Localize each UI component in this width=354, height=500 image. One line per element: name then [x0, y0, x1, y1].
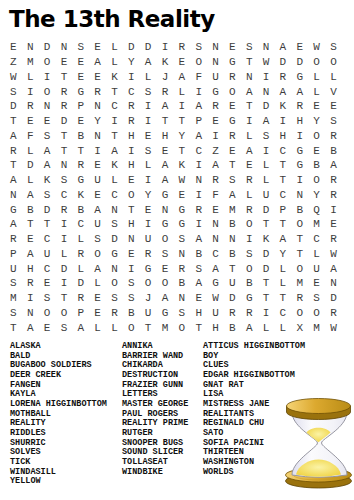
grid-cell-r20c5: A [72, 320, 89, 335]
grid-cell-r5c12: A [190, 99, 207, 114]
grid-cell-r17c4: I [56, 276, 73, 291]
grid-cell-r12c16: D [258, 202, 275, 217]
grid-cell-r16c3: C [39, 261, 56, 276]
grid-cell-r15c8: E [123, 247, 140, 262]
grid-cell-r9c9: L [140, 158, 157, 173]
grid-cell-r5c18: R [291, 99, 308, 114]
grid-cell-r6c2: E [22, 114, 39, 129]
grid-cell-r2c6: A [89, 55, 106, 70]
grid-cell-r2c15: T [241, 55, 258, 70]
grid-cell-r15c20: W [325, 247, 342, 262]
grid-cell-r19c7: R [106, 306, 123, 321]
grid-cell-r16c13: A [207, 261, 224, 276]
grid-cell-r8c5: T [72, 143, 89, 158]
grid-cell-r15c18: T [291, 247, 308, 262]
grid-cell-r11c8: O [123, 188, 140, 203]
grid-cell-r16c4: D [56, 261, 73, 276]
grid-cell-r14c1: R [5, 232, 22, 247]
grid-cell-r18c10: A [157, 291, 174, 306]
grid-cell-r18c19: S [308, 291, 325, 306]
grid-cell-r18c15: G [241, 291, 258, 306]
grid-cell-r15c15: S [241, 247, 258, 262]
grid-cell-r19c9: U [140, 306, 157, 321]
grid-cell-r5c10: A [157, 99, 174, 114]
grid-cell-r7c5: B [72, 129, 89, 144]
grid-cell-r4c1: S [5, 84, 22, 99]
grid-cell-r16c17: L [275, 261, 292, 276]
grid-cell-r3c1: W [5, 70, 22, 85]
grid-cell-r5c15: T [241, 99, 258, 114]
grid-cell-r7c12: A [190, 129, 207, 144]
grid-cell-r7c19: O [308, 129, 325, 144]
grid-cell-r6c6: Y [89, 114, 106, 129]
grid-cell-r9c7: K [106, 158, 123, 173]
grid-cell-r11c7: C [106, 188, 123, 203]
grid-cell-r10c7: L [106, 173, 123, 188]
grid-cell-r10c18: I [291, 173, 308, 188]
grid-cell-r11c20: R [325, 188, 342, 203]
grid-cell-r2c10: K [157, 55, 174, 70]
grid-cell-r14c11: S [173, 232, 190, 247]
grid-cell-r3c13: U [207, 70, 224, 85]
grid-cell-r13c4: I [56, 217, 73, 232]
grid-cell-r17c5: D [72, 276, 89, 291]
grid-cell-r1c10: I [157, 40, 174, 55]
grid-cell-r8c13: Z [207, 143, 224, 158]
word-search-grid: ENDNSELDDIRSNESNAEWSZMOEEALYAKEONGTWDDOO… [5, 40, 342, 335]
grid-cell-r8c19: E [308, 143, 325, 158]
grid-cell-r13c17: T [275, 217, 292, 232]
grid-cell-r1c8: D [123, 40, 140, 55]
hourglass-icon [285, 396, 354, 491]
grid-cell-r9c4: N [56, 158, 73, 173]
grid-cell-r15c4: L [56, 247, 73, 262]
grid-cell-r18c20: D [325, 291, 342, 306]
grid-cell-r2c8: Y [123, 55, 140, 70]
grid-cell-r1c4: N [56, 40, 73, 55]
grid-cell-r16c16: D [258, 261, 275, 276]
grid-cell-r15c2: A [22, 247, 39, 262]
grid-cell-r7c11: Y [173, 129, 190, 144]
word-list-column-1: ALASKABALDBUGABOO SOLDIERSDEER CREEKFANG… [10, 342, 107, 487]
grid-cell-r8c11: T [173, 143, 190, 158]
grid-cell-r10c6: U [89, 173, 106, 188]
grid-cell-r6c3: E [39, 114, 56, 129]
grid-cell-r13c13: N [207, 217, 224, 232]
grid-cell-r17c12: A [190, 276, 207, 291]
grid-cell-r1c14: E [224, 40, 241, 55]
grid-cell-r15c3: U [39, 247, 56, 262]
grid-cell-r20c2: A [22, 320, 39, 335]
grid-cell-r5c9: I [140, 99, 157, 114]
grid-cell-r18c12: E [190, 291, 207, 306]
grid-cell-r2c12: O [190, 55, 207, 70]
grid-cell-r11c4: C [56, 188, 73, 203]
grid-cell-r10c15: R [241, 173, 258, 188]
grid-cell-r9c2: D [22, 158, 39, 173]
grid-cell-r7c6: N [89, 129, 106, 144]
grid-cell-r2c9: A [140, 55, 157, 70]
grid-cell-r3c8: I [123, 70, 140, 85]
grid-cell-r18c17: T [275, 291, 292, 306]
grid-cell-r11c19: Y [308, 188, 325, 203]
grid-cell-r2c5: E [72, 55, 89, 70]
grid-cell-r11c13: F [207, 188, 224, 203]
grid-cell-r4c3: O [39, 84, 56, 99]
grid-cell-r9c16: L [258, 158, 275, 173]
grid-cell-r16c18: O [291, 261, 308, 276]
grid-cell-r3c18: G [291, 70, 308, 85]
grid-cell-r10c3: K [39, 173, 56, 188]
grid-cell-r6c13: E [207, 114, 224, 129]
grid-cell-r9c13: A [207, 158, 224, 173]
grid-cell-r2c11: E [173, 55, 190, 70]
grid-cell-r17c14: U [224, 276, 241, 291]
grid-cell-r8c6: I [89, 143, 106, 158]
grid-cell-r1c11: R [173, 40, 190, 55]
grid-cell-r7c14: R [224, 129, 241, 144]
grid-cell-r3c7: K [106, 70, 123, 85]
grid-cell-r10c11: W [173, 173, 190, 188]
grid-cell-r14c5: L [72, 232, 89, 247]
grid-cell-r20c8: O [123, 320, 140, 335]
grid-cell-r19c3: O [39, 306, 56, 321]
grid-cell-r11c11: E [173, 188, 190, 203]
grid-cell-r17c1: S [5, 276, 22, 291]
grid-cell-r16c5: L [72, 261, 89, 276]
grid-cell-r5c20: E [325, 99, 342, 114]
grid-cell-r3c15: N [241, 70, 258, 85]
grid-cell-r7c17: H [275, 129, 292, 144]
grid-cell-r3c6: E [89, 70, 106, 85]
grid-cell-r19c2: N [22, 306, 39, 321]
grid-cell-r13c16: T [258, 217, 275, 232]
grid-cell-r16c19: U [308, 261, 325, 276]
grid-cell-r13c9: I [140, 217, 157, 232]
grid-cell-r12c2: B [22, 202, 39, 217]
grid-cell-r10c8: E [123, 173, 140, 188]
word-list-item: ATTICUS HIGGINBOTTOM [203, 342, 305, 352]
grid-cell-r12c5: B [72, 202, 89, 217]
grid-cell-r9c14: T [224, 158, 241, 173]
grid-cell-r1c19: W [308, 40, 325, 55]
grid-cell-r7c8: H [123, 129, 140, 144]
grid-cell-r14c12: A [190, 232, 207, 247]
grid-cell-r16c2: H [22, 261, 39, 276]
grid-cell-r7c16: S [258, 129, 275, 144]
grid-cell-r11c5: K [72, 188, 89, 203]
grid-cell-r17c20: N [325, 276, 342, 291]
grid-cell-r6c1: T [5, 114, 22, 129]
grid-cell-r1c2: N [22, 40, 39, 55]
grid-cell-r20c19: M [308, 320, 325, 335]
grid-cell-r15c10: S [157, 247, 174, 262]
grid-cell-r15c5: R [72, 247, 89, 262]
grid-cell-r18c7: S [106, 291, 123, 306]
grid-cell-r19c20: R [325, 306, 342, 321]
grid-cell-r15c19: L [308, 247, 325, 262]
grid-cell-r13c14: B [224, 217, 241, 232]
grid-cell-r10c19: O [308, 173, 325, 188]
grid-cell-r1c20: S [325, 40, 342, 55]
grid-cell-r4c13: G [207, 84, 224, 99]
grid-cell-r16c11: R [173, 261, 190, 276]
grid-cell-r14c15: I [241, 232, 258, 247]
grid-cell-r13c3: T [39, 217, 56, 232]
grid-cell-r11c14: A [224, 188, 241, 203]
grid-cell-r13c1: A [5, 217, 22, 232]
grid-cell-r19c1: S [5, 306, 22, 321]
grid-cell-r12c19: Q [308, 202, 325, 217]
grid-cell-r1c17: A [275, 40, 292, 55]
grid-cell-r4c11: L [173, 84, 190, 99]
grid-cell-r6c11: T [173, 114, 190, 129]
grid-cell-r8c17: C [275, 143, 292, 158]
grid-cell-r13c2: T [22, 217, 39, 232]
grid-cell-r12c8: T [123, 202, 140, 217]
grid-cell-r14c19: C [308, 232, 325, 247]
grid-cell-r9c12: I [190, 158, 207, 173]
grid-cell-r3c5: E [72, 70, 89, 85]
grid-cell-r3c10: J [157, 70, 174, 85]
grid-cell-r19c5: P [72, 306, 89, 321]
grid-cell-r6c9: I [140, 114, 157, 129]
grid-cell-r19c19: O [308, 306, 325, 321]
grid-cell-r4c6: R [89, 84, 106, 99]
grid-cell-r5c6: N [89, 99, 106, 114]
grid-cell-r19c4: O [56, 306, 73, 321]
grid-cell-r19c6: E [89, 306, 106, 321]
grid-cell-r20c3: E [39, 320, 56, 335]
grid-cell-r12c7: N [106, 202, 123, 217]
grid-cell-r9c1: T [5, 158, 22, 173]
grid-cell-r11c3: S [39, 188, 56, 203]
grid-cell-r9c5: R [72, 158, 89, 173]
grid-cell-r9c17: T [275, 158, 292, 173]
grid-cell-r20c6: L [89, 320, 106, 335]
grid-cell-r16c6: A [89, 261, 106, 276]
grid-cell-r1c1: E [5, 40, 22, 55]
grid-cell-r2c19: O [308, 55, 325, 70]
grid-cell-r18c11: N [173, 291, 190, 306]
grid-cell-r9c20: A [325, 158, 342, 173]
grid-cell-r13c10: G [157, 217, 174, 232]
grid-cell-r1c12: S [190, 40, 207, 55]
grid-cell-r5c3: N [39, 99, 56, 114]
grid-cell-r2c18: D [291, 55, 308, 70]
grid-cell-r15c13: C [207, 247, 224, 262]
grid-cell-r13c12: I [190, 217, 207, 232]
grid-cell-r1c16: N [258, 40, 275, 55]
grid-cell-r11c2: A [22, 188, 39, 203]
grid-cell-r18c6: E [89, 291, 106, 306]
grid-cell-r18c14: D [224, 291, 241, 306]
grid-cell-r3c17: R [275, 70, 292, 85]
grid-cell-r3c14: R [224, 70, 241, 85]
grid-cell-r18c4: T [56, 291, 73, 306]
grid-cell-r14c9: U [140, 232, 157, 247]
grid-cell-r12c12: R [190, 202, 207, 217]
grid-cell-r20c4: S [56, 320, 73, 335]
grid-cell-r10c12: N [190, 173, 207, 188]
grid-cell-r12c4: R [56, 202, 73, 217]
grid-cell-r6c12: P [190, 114, 207, 129]
grid-cell-r5c11: I [173, 99, 190, 114]
grid-cell-r14c16: K [258, 232, 275, 247]
grid-cell-r19c17: C [275, 306, 292, 321]
grid-cell-r5c8: R [123, 99, 140, 114]
grid-cell-r14c13: N [207, 232, 224, 247]
grid-cell-r11c15: L [241, 188, 258, 203]
grid-cell-r18c16: T [258, 291, 275, 306]
grid-cell-r16c8: I [123, 261, 140, 276]
grid-cell-r6c4: D [56, 114, 73, 129]
grid-cell-r2c2: M [22, 55, 39, 70]
grid-cell-r12c1: G [5, 202, 22, 217]
grid-cell-r2c20: O [325, 55, 342, 70]
grid-cell-r11c18: N [291, 188, 308, 203]
grid-cell-r18c3: S [39, 291, 56, 306]
grid-cell-r9c6: E [89, 158, 106, 173]
grid-cell-r14c10: O [157, 232, 174, 247]
grid-cell-r7c18: I [291, 129, 308, 144]
grid-cell-r4c18: A [291, 84, 308, 99]
grid-cell-r8c12: C [190, 143, 207, 158]
grid-cell-r5c14: E [224, 99, 241, 114]
page-title: The 13th Reality [9, 6, 215, 32]
grid-cell-r4c15: A [241, 84, 258, 99]
grid-cell-r6c16: A [258, 114, 275, 129]
grid-cell-r20c7: L [106, 320, 123, 335]
grid-cell-r4c5: G [72, 84, 89, 99]
grid-cell-r13c8: H [123, 217, 140, 232]
grid-cell-r4c19: L [308, 84, 325, 99]
grid-cell-r9c8: H [123, 158, 140, 173]
grid-cell-r11c9: Y [140, 188, 157, 203]
grid-cell-r13c18: O [291, 217, 308, 232]
grid-cell-r6c8: R [123, 114, 140, 129]
grid-cell-r8c2: L [22, 143, 39, 158]
grid-cell-r15c14: B [224, 247, 241, 262]
grid-cell-r17c16: T [258, 276, 275, 291]
hourglass-top-disc [287, 399, 351, 420]
grid-cell-r19c11: S [173, 306, 190, 321]
grid-cell-r4c4: R [56, 84, 73, 99]
grid-cell-r1c3: D [39, 40, 56, 55]
grid-cell-r20c15: A [241, 320, 258, 335]
grid-cell-r12c13: E [207, 202, 224, 217]
grid-cell-r1c18: E [291, 40, 308, 55]
grid-cell-r15c16: D [258, 247, 275, 262]
grid-cell-r10c10: A [157, 173, 174, 188]
grid-cell-r10c5: G [72, 173, 89, 188]
grid-cell-r12c9: E [140, 202, 157, 217]
grid-cell-r10c14: S [224, 173, 241, 188]
grid-cell-r7c4: T [56, 129, 73, 144]
grid-cell-r12c3: D [39, 202, 56, 217]
grid-cell-r15c9: R [140, 247, 157, 262]
grid-cell-r16c7: N [106, 261, 123, 276]
grid-cell-r14c7: D [106, 232, 123, 247]
grid-cell-r18c18: R [291, 291, 308, 306]
grid-cell-r18c9: J [140, 291, 157, 306]
grid-cell-r17c9: O [140, 276, 157, 291]
grid-cell-r12c11: G [173, 202, 190, 217]
grid-cell-r8c9: S [140, 143, 157, 158]
grid-cell-r10c4: S [56, 173, 73, 188]
grid-cell-r11c12: I [190, 188, 207, 203]
grid-cell-r6c5: E [72, 114, 89, 129]
grid-cell-r15c11: N [173, 247, 190, 262]
grid-cell-r6c7: I [106, 114, 123, 129]
grid-cell-r14c17: A [275, 232, 292, 247]
grid-cell-r17c7: O [106, 276, 123, 291]
grid-cell-r6c15: I [241, 114, 258, 129]
grid-cell-r10c16: L [258, 173, 275, 188]
grid-cell-r14c6: S [89, 232, 106, 247]
grid-cell-r4c17: A [275, 84, 292, 99]
word-list-column-2: ANNIKABARRIER WANDCHIKARDADESTRUCTIONFRA… [122, 342, 188, 477]
grid-cell-r11c10: G [157, 188, 174, 203]
grid-cell-r14c4: I [56, 232, 73, 247]
grid-cell-r12c18: B [291, 202, 308, 217]
grid-cell-r19c10: G [157, 306, 174, 321]
grid-cell-r6c18: H [291, 114, 308, 129]
grid-cell-r4c7: T [106, 84, 123, 99]
grid-cell-r16c20: A [325, 261, 342, 276]
grid-cell-r8c20: B [325, 143, 342, 158]
grid-cell-r6c20: S [325, 114, 342, 129]
grid-cell-r4c14: O [224, 84, 241, 99]
grid-cell-r7c3: S [39, 129, 56, 144]
grid-cell-r7c10: H [157, 129, 174, 144]
grid-cell-r1c5: S [72, 40, 89, 55]
grid-cell-r12c10: N [157, 202, 174, 217]
grid-cell-r20c14: B [224, 320, 241, 335]
grid-cell-r3c4: T [56, 70, 73, 85]
grid-cell-r20c16: L [258, 320, 275, 335]
grid-cell-r20c13: H [207, 320, 224, 335]
grid-cell-r7c20: R [325, 129, 342, 144]
grid-cell-r9c3: A [39, 158, 56, 173]
grid-cell-r13c5: C [72, 217, 89, 232]
grid-cell-r14c8: N [123, 232, 140, 247]
grid-cell-r4c2: I [22, 84, 39, 99]
grid-cell-r16c12: S [190, 261, 207, 276]
grid-cell-r20c11: O [173, 320, 190, 335]
grid-cell-r16c9: G [140, 261, 157, 276]
grid-cell-r12c14: M [224, 202, 241, 217]
grid-cell-r1c9: D [140, 40, 157, 55]
grid-cell-r7c15: L [241, 129, 258, 144]
grid-cell-r2c1: Z [5, 55, 22, 70]
grid-cell-r11c1: N [5, 188, 22, 203]
grid-cell-r14c14: N [224, 232, 241, 247]
grid-cell-r18c5: R [72, 291, 89, 306]
grid-cell-r1c15: S [241, 40, 258, 55]
grid-cell-r8c15: A [241, 143, 258, 158]
grid-cell-r17c11: B [173, 276, 190, 291]
grid-cell-r1c6: E [89, 40, 106, 55]
grid-cell-r2c4: E [56, 55, 73, 70]
grid-cell-r4c12: I [190, 84, 207, 99]
grid-cell-r20c17: L [275, 320, 292, 335]
grid-cell-r3c12: F [190, 70, 207, 85]
grid-cell-r19c18: O [291, 306, 308, 321]
grid-cell-r16c14: T [224, 261, 241, 276]
grid-cell-r19c16: I [258, 306, 275, 321]
grid-cell-r9c18: G [291, 158, 308, 173]
